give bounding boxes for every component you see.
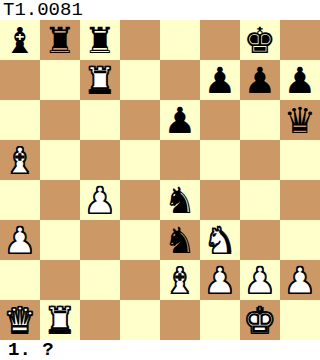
square-e2[interactable]: ♝	[160, 260, 200, 300]
chess-board: ♝♜♜♚♜♟♟♟♟♛♝♟♞♟♞♞♝♟♟♟♛♜♚	[0, 20, 320, 340]
square-h2[interactable]: ♟	[280, 260, 320, 300]
square-d6[interactable]	[120, 100, 160, 140]
square-a8[interactable]: ♝	[0, 20, 40, 60]
square-g5[interactable]	[240, 140, 280, 180]
square-a5[interactable]: ♝	[0, 140, 40, 180]
black-bishop[interactable]: ♝	[0, 20, 40, 60]
square-a4[interactable]	[0, 180, 40, 220]
square-g3[interactable]	[240, 220, 280, 260]
square-h6[interactable]: ♛	[280, 100, 320, 140]
square-h5[interactable]	[280, 140, 320, 180]
square-d5[interactable]	[120, 140, 160, 180]
square-c5[interactable]	[80, 140, 120, 180]
square-c7[interactable]: ♜	[80, 60, 120, 100]
square-f1[interactable]	[200, 300, 240, 340]
puzzle-id: T1.0081	[0, 0, 320, 20]
square-h3[interactable]	[280, 220, 320, 260]
square-g6[interactable]	[240, 100, 280, 140]
square-f6[interactable]	[200, 100, 240, 140]
square-c1[interactable]	[80, 300, 120, 340]
square-c8[interactable]: ♜	[80, 20, 120, 60]
black-pawn[interactable]: ♟	[240, 60, 280, 100]
square-g4[interactable]	[240, 180, 280, 220]
square-f7[interactable]: ♟	[200, 60, 240, 100]
square-c2[interactable]	[80, 260, 120, 300]
square-e6[interactable]: ♟	[160, 100, 200, 140]
black-king[interactable]: ♚	[240, 20, 280, 60]
square-a1[interactable]: ♛	[0, 300, 40, 340]
square-e4[interactable]: ♞	[160, 180, 200, 220]
square-h8[interactable]	[280, 20, 320, 60]
square-b4[interactable]	[40, 180, 80, 220]
white-pawn[interactable]: ♟	[0, 220, 40, 260]
square-b5[interactable]	[40, 140, 80, 180]
white-queen[interactable]: ♛	[0, 300, 40, 340]
square-c4[interactable]: ♟	[80, 180, 120, 220]
white-pawn[interactable]: ♟	[280, 260, 320, 300]
square-a2[interactable]	[0, 260, 40, 300]
white-pawn[interactable]: ♟	[200, 260, 240, 300]
square-f8[interactable]	[200, 20, 240, 60]
square-b7[interactable]	[40, 60, 80, 100]
square-g7[interactable]: ♟	[240, 60, 280, 100]
square-d3[interactable]	[120, 220, 160, 260]
square-e3[interactable]: ♞	[160, 220, 200, 260]
square-b8[interactable]: ♜	[40, 20, 80, 60]
square-f5[interactable]	[200, 140, 240, 180]
square-c3[interactable]	[80, 220, 120, 260]
square-f4[interactable]	[200, 180, 240, 220]
black-rook[interactable]: ♜	[40, 20, 80, 60]
square-f3[interactable]: ♞	[200, 220, 240, 260]
square-g8[interactable]: ♚	[240, 20, 280, 60]
square-d2[interactable]	[120, 260, 160, 300]
white-rook[interactable]: ♜	[80, 60, 120, 100]
square-a3[interactable]: ♟	[0, 220, 40, 260]
black-queen[interactable]: ♛	[280, 100, 320, 140]
black-pawn[interactable]: ♟	[280, 60, 320, 100]
square-a6[interactable]	[0, 100, 40, 140]
black-knight[interactable]: ♞	[160, 220, 200, 260]
square-e5[interactable]	[160, 140, 200, 180]
square-h4[interactable]	[280, 180, 320, 220]
square-e8[interactable]	[160, 20, 200, 60]
square-g2[interactable]: ♟	[240, 260, 280, 300]
black-pawn[interactable]: ♟	[160, 100, 200, 140]
white-knight[interactable]: ♞	[200, 220, 240, 260]
square-d8[interactable]	[120, 20, 160, 60]
square-d4[interactable]	[120, 180, 160, 220]
white-pawn[interactable]: ♟	[240, 260, 280, 300]
square-h7[interactable]: ♟	[280, 60, 320, 100]
square-b1[interactable]: ♜	[40, 300, 80, 340]
white-king[interactable]: ♚	[240, 300, 280, 340]
move-prompt: 1. ?	[0, 340, 320, 360]
black-rook[interactable]: ♜	[80, 20, 120, 60]
white-bishop[interactable]: ♝	[160, 260, 200, 300]
square-c6[interactable]	[80, 100, 120, 140]
square-b2[interactable]	[40, 260, 80, 300]
white-pawn[interactable]: ♟	[80, 180, 120, 220]
white-bishop[interactable]: ♝	[0, 140, 40, 180]
square-f2[interactable]: ♟	[200, 260, 240, 300]
square-h1[interactable]	[280, 300, 320, 340]
square-d1[interactable]	[120, 300, 160, 340]
black-pawn[interactable]: ♟	[200, 60, 240, 100]
square-b3[interactable]	[40, 220, 80, 260]
square-e1[interactable]	[160, 300, 200, 340]
white-rook[interactable]: ♜	[40, 300, 80, 340]
black-knight[interactable]: ♞	[160, 180, 200, 220]
square-g1[interactable]: ♚	[240, 300, 280, 340]
square-e7[interactable]	[160, 60, 200, 100]
square-a7[interactable]	[0, 60, 40, 100]
square-d7[interactable]	[120, 60, 160, 100]
square-b6[interactable]	[40, 100, 80, 140]
